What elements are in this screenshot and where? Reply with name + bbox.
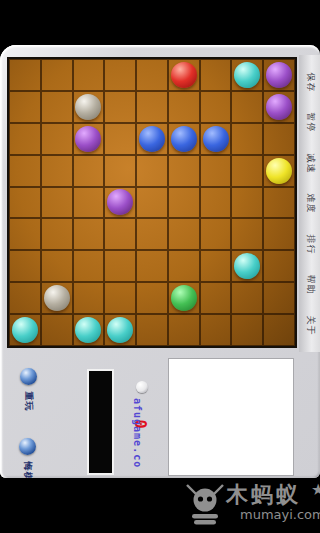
cyan-ball[interactable] <box>234 253 260 279</box>
score-display: 0 <box>87 369 114 475</box>
replay-button[interactable]: 重玩 <box>13 368 43 436</box>
board-cell[interactable] <box>104 218 136 250</box>
sidebar-item-label: 关于 <box>305 315 314 335</box>
purple-ball[interactable] <box>266 94 292 120</box>
board-cell[interactable] <box>231 250 263 282</box>
board-cell[interactable] <box>104 59 136 91</box>
board-cell[interactable] <box>73 250 105 282</box>
sidebar-item-label: 帮助 <box>305 275 314 295</box>
board-cell[interactable] <box>136 187 168 219</box>
sidebar-item-label: 暂停 <box>305 113 314 133</box>
board-cell[interactable] <box>104 187 136 219</box>
board-cell[interactable] <box>200 250 232 282</box>
board-cell[interactable] <box>73 282 105 314</box>
board-cell[interactable] <box>136 123 168 155</box>
board-cell[interactable] <box>41 187 73 219</box>
sidebar-item-1[interactable]: 保存 <box>300 69 320 95</box>
board-cell[interactable] <box>41 91 73 123</box>
purple-ball[interactable] <box>75 126 101 152</box>
board-cell[interactable] <box>9 282 41 314</box>
cyan-ball[interactable] <box>75 317 101 343</box>
board-cell[interactable] <box>168 187 200 219</box>
sidebar-item-6[interactable]: 帮助 <box>300 272 320 298</box>
board-cell[interactable] <box>231 155 263 187</box>
board-cell[interactable] <box>200 187 232 219</box>
board-cell[interactable] <box>231 282 263 314</box>
watermark-band: 木蚂蚁 mumayi.com ★ <box>0 478 320 533</box>
cyan-ball[interactable] <box>234 62 260 88</box>
led-indicator-icon <box>136 381 148 393</box>
sidebar-item-label: 保存 <box>305 72 314 92</box>
watermark-url-text: mumayi.com <box>240 507 320 522</box>
board-cell[interactable] <box>263 187 295 219</box>
blue-sphere-icon <box>20 368 37 385</box>
sidebar-item-5[interactable]: 排行 <box>300 231 320 257</box>
board-cell[interactable] <box>73 155 105 187</box>
board-cell[interactable] <box>263 314 295 346</box>
undo-button-label: 悔棋 <box>12 459 42 478</box>
board-cell[interactable] <box>263 123 295 155</box>
board-cell[interactable] <box>200 155 232 187</box>
control-panel: 重玩 悔棋 0 afugame.co <box>0 348 320 478</box>
purple-ball[interactable] <box>107 189 133 215</box>
board-cell[interactable] <box>200 314 232 346</box>
board-cell[interactable] <box>263 218 295 250</box>
blue-sphere-icon <box>19 438 36 455</box>
board-cell[interactable] <box>136 91 168 123</box>
board-cell[interactable] <box>9 155 41 187</box>
board-cell[interactable] <box>104 123 136 155</box>
board-cell[interactable] <box>104 155 136 187</box>
cyan-ball[interactable] <box>12 317 38 343</box>
board-cell[interactable] <box>41 250 73 282</box>
board-cell[interactable] <box>41 59 73 91</box>
purple-ball[interactable] <box>266 62 292 88</box>
sidebar-item-4[interactable]: 难度 <box>300 191 320 217</box>
board-cell[interactable] <box>231 59 263 91</box>
board-cell[interactable] <box>136 59 168 91</box>
board-cell[interactable] <box>263 282 295 314</box>
board-cell[interactable] <box>41 218 73 250</box>
board-cell[interactable] <box>104 314 136 346</box>
board-cell[interactable] <box>168 218 200 250</box>
board-cell[interactable] <box>200 59 232 91</box>
yellow-ball[interactable] <box>266 158 292 184</box>
board-cell[interactable] <box>263 155 295 187</box>
board-cell[interactable] <box>136 250 168 282</box>
board-cell[interactable] <box>41 123 73 155</box>
board-cell[interactable] <box>73 187 105 219</box>
board-cell[interactable] <box>104 282 136 314</box>
board-cell[interactable] <box>200 123 232 155</box>
board-cell[interactable] <box>136 314 168 346</box>
board-cell[interactable] <box>168 282 200 314</box>
menu-sidebar: 保存暂停减速难度排行帮助关于 <box>299 55 320 352</box>
board-cell[interactable] <box>168 250 200 282</box>
board-cell[interactable] <box>263 250 295 282</box>
game-window: 保存暂停减速难度排行帮助关于 重玩 悔棋 0 afugame.co <box>0 45 320 478</box>
sidebar-item-7[interactable]: 关于 <box>300 312 320 338</box>
board-cell[interactable] <box>41 314 73 346</box>
watermark-cn-text: 木蚂蚁 <box>226 480 301 510</box>
game-board[interactable] <box>7 57 297 348</box>
board-cell[interactable] <box>136 155 168 187</box>
board-cell[interactable] <box>104 250 136 282</box>
board-cell[interactable] <box>73 91 105 123</box>
board-cell[interactable] <box>168 314 200 346</box>
board-cell[interactable] <box>231 314 263 346</box>
sidebar-item-2[interactable]: 暂停 <box>300 110 320 136</box>
board-cell[interactable] <box>41 155 73 187</box>
board-cell[interactable] <box>231 187 263 219</box>
board-cell[interactable] <box>231 218 263 250</box>
next-balls-preview-panel <box>168 358 294 476</box>
board-cell[interactable] <box>263 91 295 123</box>
silver-ball[interactable] <box>75 94 101 120</box>
blue-ball[interactable] <box>203 126 229 152</box>
phone-screen: 保存暂停减速难度排行帮助关于 重玩 悔棋 0 afugame.co <box>0 0 320 533</box>
board-cell[interactable] <box>231 123 263 155</box>
sidebar-item-label: 减速 <box>305 153 314 173</box>
red-ball[interactable] <box>171 62 197 88</box>
cyan-ball[interactable] <box>107 317 133 343</box>
board-cell[interactable] <box>9 314 41 346</box>
mumayi-ant-icon <box>184 484 226 526</box>
board-cell[interactable] <box>231 91 263 123</box>
board-cell[interactable] <box>136 218 168 250</box>
star-icon: ★ <box>311 480 320 499</box>
board-cell[interactable] <box>200 218 232 250</box>
board-cell[interactable] <box>9 59 41 91</box>
board-cell[interactable] <box>9 123 41 155</box>
replay-button-label: 重玩 <box>13 389 43 408</box>
board-cell[interactable] <box>9 218 41 250</box>
green-ball[interactable] <box>171 285 197 311</box>
board-cell[interactable] <box>9 250 41 282</box>
board-cell[interactable] <box>168 91 200 123</box>
site-branding: afugame.co <box>132 398 143 474</box>
board-cell[interactable] <box>200 91 232 123</box>
board-cell[interactable] <box>200 282 232 314</box>
blue-ball[interactable] <box>171 126 197 152</box>
board-cell[interactable] <box>73 314 105 346</box>
board-cell[interactable] <box>168 59 200 91</box>
silver-ball[interactable] <box>44 285 70 311</box>
board-cell[interactable] <box>73 59 105 91</box>
board-cell[interactable] <box>136 282 168 314</box>
board-cell[interactable] <box>168 123 200 155</box>
board-cell[interactable] <box>9 91 41 123</box>
sidebar-item-label: 难度 <box>305 194 314 214</box>
sidebar-item-label: 排行 <box>305 234 314 254</box>
board-cell[interactable] <box>168 155 200 187</box>
board-cell[interactable] <box>73 218 105 250</box>
board-cell[interactable] <box>263 59 295 91</box>
sidebar-item-3[interactable]: 减速 <box>300 150 320 176</box>
board-cell[interactable] <box>41 282 73 314</box>
board-cell[interactable] <box>73 123 105 155</box>
board-cell[interactable] <box>104 91 136 123</box>
board-cell[interactable] <box>9 187 41 219</box>
blue-ball[interactable] <box>139 126 165 152</box>
